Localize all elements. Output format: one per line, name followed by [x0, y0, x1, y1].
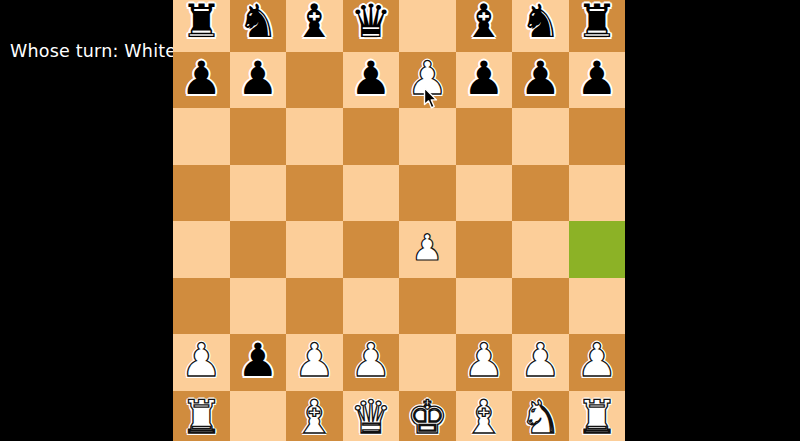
- square-h1[interactable]: ♜: [569, 391, 626, 441]
- square-h7[interactable]: ♟: [569, 52, 626, 109]
- square-a8[interactable]: ♜: [173, 0, 230, 52]
- square-f5[interactable]: [456, 165, 513, 222]
- white-pawn-f2[interactable]: ♟: [463, 337, 504, 383]
- square-g7[interactable]: ♟: [512, 52, 569, 109]
- square-e3[interactable]: [399, 278, 456, 335]
- white-rook-h1[interactable]: ♜: [576, 394, 617, 440]
- white-bishop-f1[interactable]: ♝: [463, 394, 504, 440]
- square-g6[interactable]: [512, 108, 569, 165]
- mouse-cursor-icon: [423, 87, 438, 110]
- black-pawn-g7[interactable]: ♟: [520, 55, 561, 101]
- square-e6[interactable]: [399, 108, 456, 165]
- black-pawn-b2[interactable]: ♟: [237, 337, 278, 383]
- black-knight-b8[interactable]: ♞: [237, 0, 278, 44]
- square-f8[interactable]: ♝: [456, 0, 513, 52]
- square-e4[interactable]: ♟: [399, 221, 456, 278]
- white-pawn-c2[interactable]: ♟: [294, 337, 335, 383]
- square-h2[interactable]: ♟: [569, 334, 626, 391]
- square-b3[interactable]: [230, 278, 287, 335]
- square-h3[interactable]: [569, 278, 626, 335]
- square-c7[interactable]: [286, 52, 343, 109]
- white-bishop-c1[interactable]: ♝: [294, 394, 335, 440]
- square-a7[interactable]: ♟: [173, 52, 230, 109]
- square-f3[interactable]: [456, 278, 513, 335]
- square-h6[interactable]: [569, 108, 626, 165]
- white-knight-g1[interactable]: ♞: [520, 394, 561, 440]
- square-g5[interactable]: [512, 165, 569, 222]
- square-d4[interactable]: [343, 221, 400, 278]
- square-d3[interactable]: [343, 278, 400, 335]
- square-c6[interactable]: [286, 108, 343, 165]
- square-b7[interactable]: ♟: [230, 52, 287, 109]
- square-d8[interactable]: ♛: [343, 0, 400, 52]
- square-a6[interactable]: [173, 108, 230, 165]
- square-c4[interactable]: [286, 221, 343, 278]
- square-g1[interactable]: ♞: [512, 391, 569, 441]
- square-f2[interactable]: ♟: [456, 334, 513, 391]
- black-rook-h8[interactable]: ♜: [576, 0, 617, 44]
- white-pawn-g2[interactable]: ♟: [520, 337, 561, 383]
- square-b8[interactable]: ♞: [230, 0, 287, 52]
- black-pawn-d7[interactable]: ♟: [350, 55, 391, 101]
- black-knight-g8[interactable]: ♞: [520, 0, 561, 44]
- square-e5[interactable]: [399, 165, 456, 222]
- square-h8[interactable]: ♜: [569, 0, 626, 52]
- square-b6[interactable]: [230, 108, 287, 165]
- square-g3[interactable]: [512, 278, 569, 335]
- black-bishop-c8[interactable]: ♝: [294, 0, 335, 44]
- square-e1[interactable]: ♚: [399, 391, 456, 441]
- square-a2[interactable]: ♟: [173, 334, 230, 391]
- square-b4[interactable]: [230, 221, 287, 278]
- square-f6[interactable]: [456, 108, 513, 165]
- square-d1[interactable]: ♛: [343, 391, 400, 441]
- chess-board[interactable]: ♜♞♝♛♝♞♜♟♟♟♟♟♟♟♟♟♟♟♟♟♟♟♜♝♛♚♝♞♜: [173, 0, 625, 441]
- white-pawn-d2[interactable]: ♟: [350, 337, 391, 383]
- black-pawn-h7[interactable]: ♟: [576, 55, 617, 101]
- square-g4[interactable]: [512, 221, 569, 278]
- square-h4[interactable]: [569, 221, 626, 278]
- square-c8[interactable]: ♝: [286, 0, 343, 52]
- square-b1[interactable]: [230, 391, 287, 441]
- white-pawn-e4[interactable]: ♟: [411, 230, 443, 266]
- square-b2[interactable]: ♟: [230, 334, 287, 391]
- app-window: Whose turn: White ♜♞♝♛♝♞♜♟♟♟♟♟♟♟♟♟♟♟♟♟♟♟…: [0, 0, 800, 441]
- square-d2[interactable]: ♟: [343, 334, 400, 391]
- square-g8[interactable]: ♞: [512, 0, 569, 52]
- black-pawn-f7[interactable]: ♟: [463, 55, 504, 101]
- square-c3[interactable]: [286, 278, 343, 335]
- square-a1[interactable]: ♜: [173, 391, 230, 441]
- square-g2[interactable]: ♟: [512, 334, 569, 391]
- square-e2[interactable]: [399, 334, 456, 391]
- square-f4[interactable]: [456, 221, 513, 278]
- square-c1[interactable]: ♝: [286, 391, 343, 441]
- square-a3[interactable]: [173, 278, 230, 335]
- square-c2[interactable]: ♟: [286, 334, 343, 391]
- square-d5[interactable]: [343, 165, 400, 222]
- turn-indicator-label: Whose turn: White: [10, 41, 176, 61]
- white-pawn-h2[interactable]: ♟: [576, 337, 617, 383]
- white-queen-d1[interactable]: ♛: [350, 394, 391, 440]
- black-bishop-f8[interactable]: ♝: [463, 0, 504, 44]
- square-a5[interactable]: [173, 165, 230, 222]
- black-pawn-a7[interactable]: ♟: [181, 55, 222, 101]
- square-d7[interactable]: ♟: [343, 52, 400, 109]
- black-queen-d8[interactable]: ♛: [350, 0, 391, 44]
- square-a4[interactable]: [173, 221, 230, 278]
- square-e8[interactable]: [399, 0, 456, 52]
- black-pawn-b7[interactable]: ♟: [237, 55, 278, 101]
- square-b5[interactable]: [230, 165, 287, 222]
- square-h5[interactable]: [569, 165, 626, 222]
- white-rook-a1[interactable]: ♜: [181, 394, 222, 440]
- white-king-e1[interactable]: ♚: [407, 394, 448, 440]
- black-rook-a8[interactable]: ♜: [181, 0, 222, 44]
- square-d6[interactable]: [343, 108, 400, 165]
- square-f7[interactable]: ♟: [456, 52, 513, 109]
- square-f1[interactable]: ♝: [456, 391, 513, 441]
- square-c5[interactable]: [286, 165, 343, 222]
- white-pawn-a2[interactable]: ♟: [181, 337, 222, 383]
